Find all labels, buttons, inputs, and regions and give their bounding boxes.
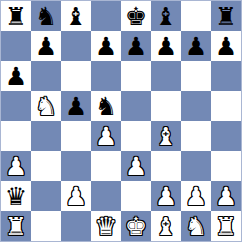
square-b3[interactable] (31, 151, 61, 181)
square-h3[interactable] (211, 151, 241, 181)
piece-black-rook: ♜ (215, 4, 237, 29)
square-a7[interactable] (1, 31, 31, 61)
square-f2[interactable]: ♟ (151, 181, 181, 211)
square-e4[interactable] (121, 121, 151, 151)
square-a5[interactable] (1, 91, 31, 121)
square-d5[interactable]: ♞ (91, 91, 121, 121)
piece-white-king: ♚ (125, 214, 147, 239)
square-c4[interactable] (61, 121, 91, 151)
square-f1[interactable]: ♝ (151, 211, 181, 241)
square-e7[interactable]: ♟ (121, 31, 151, 61)
square-c5[interactable]: ♟ (61, 91, 91, 121)
square-f7[interactable]: ♟ (151, 31, 181, 61)
square-h7[interactable]: ♟ (211, 31, 241, 61)
piece-white-pawn: ♟ (125, 154, 147, 179)
square-a4[interactable] (1, 121, 31, 151)
square-c8[interactable]: ♝ (61, 1, 91, 31)
piece-black-bishop: ♝ (155, 4, 177, 29)
square-e5[interactable] (121, 91, 151, 121)
square-h6[interactable] (211, 61, 241, 91)
square-f3[interactable] (151, 151, 181, 181)
square-f8[interactable]: ♝ (151, 1, 181, 31)
square-e6[interactable] (121, 61, 151, 91)
square-e1[interactable]: ♚ (121, 211, 151, 241)
piece-black-bishop: ♝ (65, 4, 87, 29)
square-c1[interactable] (61, 211, 91, 241)
square-g6[interactable] (181, 61, 211, 91)
square-b6[interactable] (31, 61, 61, 91)
square-a1[interactable]: ♜ (1, 211, 31, 241)
square-c2[interactable]: ♟ (61, 181, 91, 211)
piece-white-bishop: ♝ (155, 124, 177, 149)
piece-black-pawn: ♟ (95, 34, 117, 59)
square-a2[interactable]: ♛ (1, 181, 31, 211)
piece-white-knight: ♞ (35, 94, 57, 119)
square-e2[interactable] (121, 181, 151, 211)
piece-white-bishop: ♝ (155, 214, 177, 239)
square-d3[interactable] (91, 151, 121, 181)
piece-white-pawn: ♟ (185, 184, 207, 209)
square-h5[interactable] (211, 91, 241, 121)
square-c3[interactable] (61, 151, 91, 181)
square-g7[interactable]: ♟ (181, 31, 211, 61)
piece-white-pawn: ♟ (215, 184, 237, 209)
square-f6[interactable] (151, 61, 181, 91)
piece-black-rook: ♜ (5, 4, 27, 29)
square-d8[interactable] (91, 1, 121, 31)
square-b8[interactable]: ♞ (31, 1, 61, 31)
piece-black-knight: ♞ (35, 4, 57, 29)
square-g4[interactable] (181, 121, 211, 151)
square-a8[interactable]: ♜ (1, 1, 31, 31)
piece-black-pawn: ♟ (125, 34, 147, 59)
piece-white-rook: ♜ (5, 214, 27, 239)
square-b1[interactable] (31, 211, 61, 241)
piece-white-pawn: ♟ (65, 184, 87, 209)
chess-board: ♜♞♝♚♝♜♟♟♟♟♟♟♟♞♟♞♟♝♟♟♛♟♟♟♟♜♛♚♝♞♜ (0, 0, 242, 242)
square-f5[interactable] (151, 91, 181, 121)
square-g5[interactable] (181, 91, 211, 121)
piece-white-knight: ♞ (185, 214, 207, 239)
piece-black-pawn: ♟ (35, 34, 57, 59)
square-a6[interactable]: ♟ (1, 61, 31, 91)
square-d2[interactable] (91, 181, 121, 211)
piece-black-queen: ♛ (5, 184, 27, 209)
square-g8[interactable] (181, 1, 211, 31)
square-b7[interactable]: ♟ (31, 31, 61, 61)
square-e8[interactable]: ♚ (121, 1, 151, 31)
square-h2[interactable]: ♟ (211, 181, 241, 211)
piece-black-pawn: ♟ (185, 34, 207, 59)
piece-white-queen: ♛ (95, 214, 117, 239)
square-h1[interactable]: ♜ (211, 211, 241, 241)
square-h4[interactable] (211, 121, 241, 151)
square-b5[interactable]: ♞ (31, 91, 61, 121)
piece-white-pawn: ♟ (95, 124, 117, 149)
square-f4[interactable]: ♝ (151, 121, 181, 151)
square-g1[interactable]: ♞ (181, 211, 211, 241)
square-h8[interactable]: ♜ (211, 1, 241, 31)
square-g3[interactable] (181, 151, 211, 181)
piece-black-pawn: ♟ (155, 34, 177, 59)
square-b4[interactable] (31, 121, 61, 151)
piece-black-pawn: ♟ (65, 94, 87, 119)
square-d1[interactable]: ♛ (91, 211, 121, 241)
piece-white-rook: ♜ (215, 214, 237, 239)
piece-white-pawn: ♟ (155, 184, 177, 209)
square-g2[interactable]: ♟ (181, 181, 211, 211)
piece-black-knight: ♞ (95, 94, 117, 119)
piece-black-pawn: ♟ (215, 34, 237, 59)
piece-black-king: ♚ (125, 4, 147, 29)
square-e3[interactable]: ♟ (121, 151, 151, 181)
square-c7[interactable] (61, 31, 91, 61)
piece-white-pawn: ♟ (5, 154, 27, 179)
square-d4[interactable]: ♟ (91, 121, 121, 151)
square-d6[interactable] (91, 61, 121, 91)
square-c6[interactable] (61, 61, 91, 91)
square-a3[interactable]: ♟ (1, 151, 31, 181)
piece-black-pawn: ♟ (5, 64, 27, 89)
square-b2[interactable] (31, 181, 61, 211)
square-d7[interactable]: ♟ (91, 31, 121, 61)
